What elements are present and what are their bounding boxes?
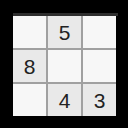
sudoku-grid: 5 8 4 3	[13, 16, 116, 116]
sudoku-cell[interactable]	[13, 16, 46, 48]
sudoku-cell[interactable]: 5	[48, 16, 81, 48]
sudoku-cell[interactable]: 3	[83, 84, 116, 116]
sudoku-cell[interactable]	[83, 50, 116, 82]
sudoku-board: 5 8 4 3	[13, 13, 116, 116]
sudoku-cell[interactable]	[83, 16, 116, 48]
sudoku-screen: 5 8 4 3	[0, 0, 128, 128]
sudoku-cell[interactable]	[48, 50, 81, 82]
sudoku-cell[interactable]: 8	[13, 50, 46, 82]
sudoku-cell[interactable]: 4	[48, 84, 81, 116]
sudoku-cell[interactable]	[13, 84, 46, 116]
